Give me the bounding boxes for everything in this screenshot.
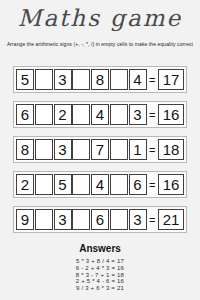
equation-row-5: 9 3 6 3 = 21 [13,206,187,233]
equation-rows: 5 3 8 4 = 17 6 2 4 3 = 16 8 3 7 [13,66,187,241]
number-cell: 4 [129,69,147,90]
result-cell: 21 [158,209,184,230]
equation-row-3: 8 3 7 1 = 18 [13,136,187,163]
empty-sign-cell[interactable] [72,174,90,195]
number-cell: 3 [54,69,72,90]
answer-line-3: 8 * 3 - 7 + 1 = 18 [0,272,200,279]
number-cell: 8 [91,69,109,90]
number-cell: 3 [129,104,147,125]
empty-sign-cell[interactable] [35,104,53,125]
page-title: Maths game [0,5,200,31]
empty-sign-cell[interactable] [110,139,128,160]
equation-row-4: 2 5 4 6 = 16 [13,171,187,198]
empty-sign-cell[interactable] [72,69,90,90]
empty-sign-cell[interactable] [72,139,90,160]
empty-sign-cell[interactable] [35,139,53,160]
equals-sign: = [147,74,157,86]
number-cell: 2 [54,104,72,125]
answer-line-5: 9 / 3 + 6 * 3 = 21 [0,285,200,292]
number-cell: 6 [16,104,34,125]
empty-sign-cell[interactable] [35,209,53,230]
equation-row-2: 6 2 4 3 = 16 [13,101,187,128]
number-cell: 2 [16,174,34,195]
answers-section: Answers 5 * 3 + 8 / 4 = 17 6 - 2 + 4 * 3… [0,243,200,292]
number-cell: 6 [129,174,147,195]
number-cell: 1 [129,139,147,160]
result-cell: 17 [158,69,184,90]
number-cell: 3 [129,209,147,230]
answer-line-1: 5 * 3 + 8 / 4 = 17 [0,258,200,265]
equals-sign: = [147,144,157,156]
number-cell: 3 [54,209,72,230]
empty-sign-cell[interactable] [35,174,53,195]
answers-heading: Answers [0,243,200,254]
instruction-text: Arrange the arithmetic signs (+, -, *, /… [0,41,200,47]
worksheet-page: Maths game Arrange the arithmetic signs … [0,0,200,300]
result-cell: 18 [158,139,184,160]
number-cell: 4 [91,174,109,195]
equation-row-1: 5 3 8 4 = 17 [13,66,187,93]
number-cell: 7 [91,139,109,160]
equals-sign: = [147,109,157,121]
number-cell: 8 [16,139,34,160]
empty-sign-cell[interactable] [72,104,90,125]
empty-sign-cell[interactable] [110,69,128,90]
equals-sign: = [147,214,157,226]
number-cell: 9 [16,209,34,230]
empty-sign-cell[interactable] [110,104,128,125]
number-cell: 6 [91,209,109,230]
empty-sign-cell[interactable] [35,69,53,90]
answer-line-4: 2 + 5 * 4 - 6 = 16 [0,278,200,285]
answer-line-2: 6 - 2 + 4 * 3 = 16 [0,265,200,272]
number-cell: 5 [16,69,34,90]
number-cell: 3 [54,139,72,160]
empty-sign-cell[interactable] [110,209,128,230]
result-cell: 16 [158,174,184,195]
number-cell: 5 [54,174,72,195]
number-cell: 4 [91,104,109,125]
result-cell: 16 [158,104,184,125]
equals-sign: = [147,179,157,191]
empty-sign-cell[interactable] [72,209,90,230]
empty-sign-cell[interactable] [110,174,128,195]
